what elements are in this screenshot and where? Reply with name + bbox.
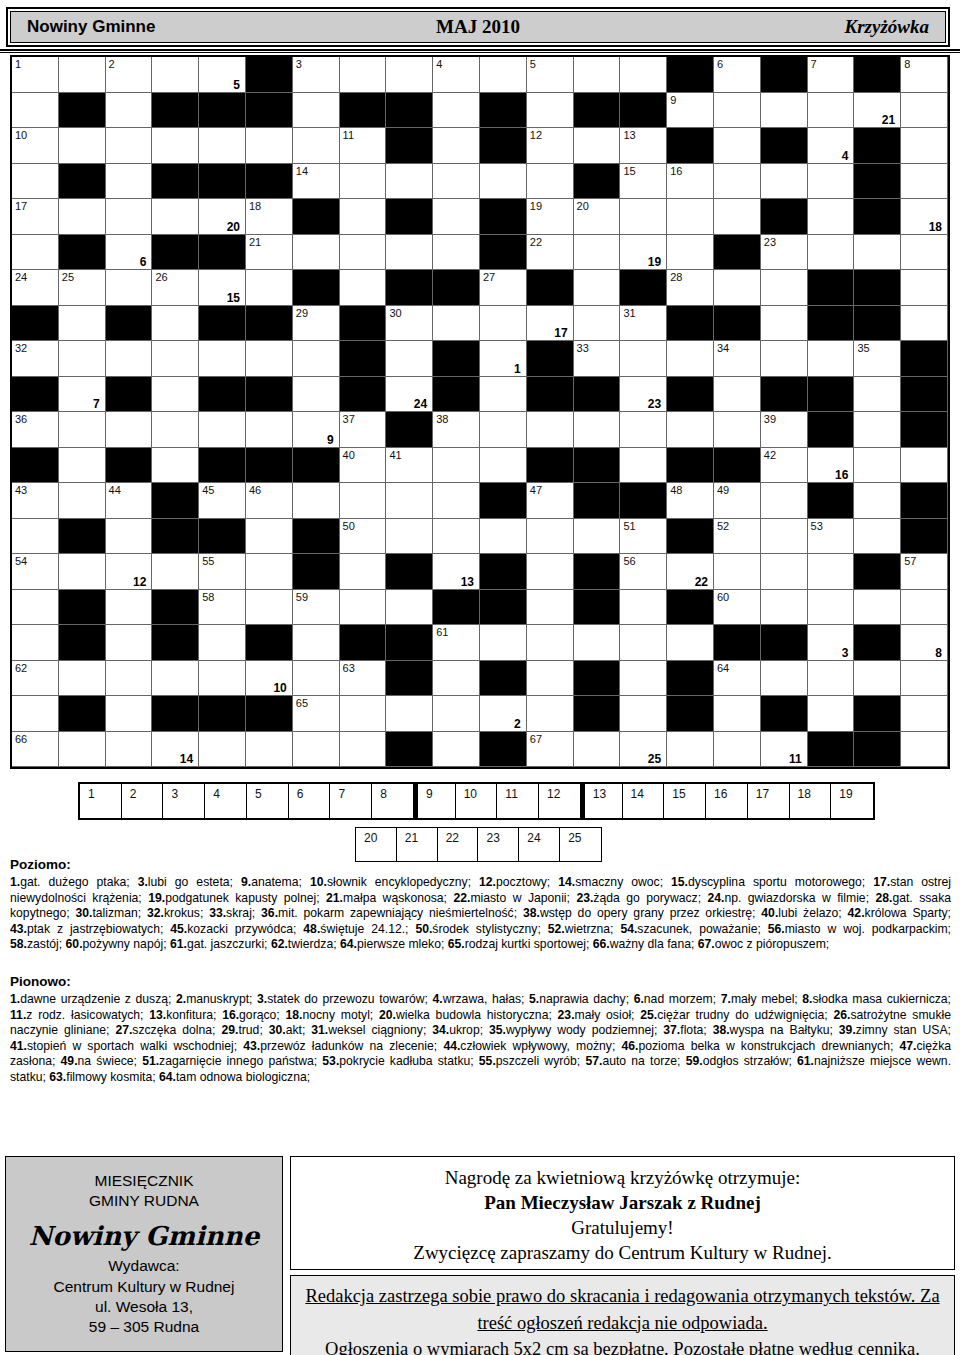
grid-cell[interactable] (574, 519, 621, 555)
grid-cell[interactable] (12, 625, 59, 661)
grid-cell[interactable] (901, 696, 948, 732)
grid-cell[interactable] (714, 554, 761, 590)
grid-cell[interactable]: 59 (293, 590, 340, 626)
grid-cell[interactable]: 19 (620, 235, 667, 271)
grid-cell[interactable]: 45 (199, 483, 246, 519)
grid-cell[interactable] (106, 341, 153, 377)
grid-cell[interactable]: 36 (12, 412, 59, 448)
grid-cell[interactable]: 67 (527, 732, 574, 768)
grid-cell[interactable] (620, 625, 667, 661)
grid-cell[interactable]: 35 (854, 341, 901, 377)
grid-cell[interactable] (808, 696, 855, 732)
grid-cell[interactable] (480, 448, 527, 484)
grid-cell[interactable] (59, 661, 106, 697)
solution-cell-number: 5 (233, 79, 240, 91)
grid-cell[interactable] (106, 696, 153, 732)
grid-cell[interactable] (480, 306, 527, 342)
grid-cell[interactable]: 50 (340, 519, 387, 555)
grid-cell[interactable] (433, 306, 480, 342)
grid-cell[interactable] (527, 519, 574, 555)
grid-cell[interactable] (620, 448, 667, 484)
grid-cell[interactable] (714, 128, 761, 164)
grid-cell[interactable]: 22 (527, 235, 574, 271)
grid-cell[interactable] (246, 412, 293, 448)
grid-cell[interactable]: 6 (714, 57, 761, 93)
grid-cell[interactable]: 27 (480, 270, 527, 306)
grid-cell[interactable]: 37 (340, 412, 387, 448)
grid-cell[interactable]: 12 (106, 554, 153, 590)
grid-cell[interactable] (106, 164, 153, 200)
grid-cell[interactable] (293, 625, 340, 661)
solution-letter-cell[interactable]: 16 (706, 784, 748, 818)
grid-cell[interactable] (667, 199, 714, 235)
grid-cell[interactable]: 13 (620, 128, 667, 164)
grid-cell[interactable] (480, 625, 527, 661)
grid-cell[interactable] (106, 93, 153, 129)
grid-cell[interactable]: 17 (12, 199, 59, 235)
grid-cell[interactable]: 14 (152, 732, 199, 768)
grid-cell[interactable] (386, 57, 433, 93)
grid-cell[interactable] (714, 93, 761, 129)
grid-cell[interactable] (620, 412, 667, 448)
grid-cell[interactable] (293, 235, 340, 271)
grid-cell[interactable]: 3 (808, 625, 855, 661)
grid-cell[interactable] (527, 696, 574, 732)
grid-cell[interactable]: 1 (12, 57, 59, 93)
grid-cell[interactable]: 13 (433, 554, 480, 590)
solution-letter-cell[interactable]: 3 (163, 784, 205, 818)
grid-cell[interactable] (246, 128, 293, 164)
grid-cell[interactable] (59, 306, 106, 342)
grid-cell[interactable]: 7 (59, 377, 106, 413)
solution-letter-cell[interactable]: 9 (414, 784, 456, 818)
solution-letter-cell[interactable]: 5 (247, 784, 289, 818)
grid-cell[interactable]: 26 (152, 270, 199, 306)
grid-cell[interactable] (340, 57, 387, 93)
grid-cell[interactable] (808, 341, 855, 377)
grid-cell[interactable]: 9 (293, 412, 340, 448)
solution-cell-index: 12 (547, 787, 560, 801)
grid-cell[interactable] (527, 625, 574, 661)
grid-cell[interactable]: 20 (574, 199, 621, 235)
grid-cell[interactable] (714, 199, 761, 235)
grid-cell[interactable]: 14 (293, 164, 340, 200)
grid-cell[interactable]: 64 (714, 661, 761, 697)
grid-cell[interactable]: 57 (901, 554, 948, 590)
grid-cell[interactable] (433, 199, 480, 235)
grid-cell[interactable] (761, 661, 808, 697)
grid-cell[interactable] (246, 554, 293, 590)
grid-cell[interactable] (199, 732, 246, 768)
grid-cell[interactable] (761, 164, 808, 200)
solution-letter-cell[interactable]: 11 (497, 784, 539, 818)
grid-cell[interactable]: 12 (527, 128, 574, 164)
grid-cell[interactable] (527, 412, 574, 448)
grid-cell[interactable]: 2 (480, 696, 527, 732)
grid-cell[interactable] (574, 270, 621, 306)
grid-cell[interactable]: 23 (761, 235, 808, 271)
grid-cell[interactable] (854, 412, 901, 448)
solution-letter-cell[interactable]: 1 (80, 784, 122, 818)
grid-cell[interactable] (246, 341, 293, 377)
grid-cell[interactable]: 55 (199, 554, 246, 590)
grid-cell[interactable] (808, 164, 855, 200)
grid-cell[interactable] (59, 448, 106, 484)
grid-cell[interactable] (106, 625, 153, 661)
grid-cell[interactable] (293, 732, 340, 768)
grid-cell[interactable]: 21 (246, 235, 293, 271)
grid-cell[interactable]: 4 (433, 57, 480, 93)
grid-cell[interactable] (854, 519, 901, 555)
grid-cell[interactable]: 6 (106, 235, 153, 271)
grid-cell[interactable] (808, 199, 855, 235)
grid-cell[interactable] (901, 128, 948, 164)
grid-cell[interactable] (714, 696, 761, 732)
grid-cell[interactable] (667, 625, 714, 661)
grid-cell[interactable] (340, 235, 387, 271)
grid-cell[interactable] (59, 57, 106, 93)
grid-cell[interactable]: 38 (433, 412, 480, 448)
grid-cell[interactable]: 53 (808, 519, 855, 555)
grid-cell[interactable]: 24 (12, 270, 59, 306)
grid-cell[interactable] (527, 93, 574, 129)
grid-cell[interactable] (761, 306, 808, 342)
grid-cell[interactable] (12, 93, 59, 129)
grid-cell[interactable]: 42 (761, 448, 808, 484)
black-cell (901, 377, 948, 413)
grid-cell[interactable] (152, 199, 199, 235)
grid-cell[interactable]: 33 (574, 341, 621, 377)
grid-cell[interactable] (527, 590, 574, 626)
grid-cell[interactable] (808, 93, 855, 129)
grid-cell[interactable] (106, 270, 153, 306)
grid-cell[interactable] (340, 732, 387, 768)
grid-cell[interactable] (246, 270, 293, 306)
grid-cell[interactable] (854, 377, 901, 413)
grid-cell[interactable] (480, 164, 527, 200)
grid-cell[interactable] (12, 590, 59, 626)
grid-cell[interactable]: 11 (340, 128, 387, 164)
grid-cell[interactable] (106, 732, 153, 768)
grid-cell[interactable] (620, 341, 667, 377)
grid-cell[interactable]: 47 (527, 483, 574, 519)
grid-cell[interactable] (667, 235, 714, 271)
grid-cell[interactable] (199, 412, 246, 448)
grid-cell[interactable]: 1 (480, 341, 527, 377)
grid-cell[interactable] (199, 341, 246, 377)
grid-cell[interactable] (106, 590, 153, 626)
grid-cell[interactable]: 60 (714, 590, 761, 626)
grid-cell[interactable] (433, 732, 480, 768)
grid-cell[interactable]: 29 (293, 306, 340, 342)
grid-cell[interactable] (12, 235, 59, 271)
grid-cell[interactable] (808, 590, 855, 626)
grid-cell[interactable]: 44 (106, 483, 153, 519)
grid-cell[interactable] (152, 412, 199, 448)
grid-cell[interactable] (152, 377, 199, 413)
grid-cell[interactable]: 66 (12, 732, 59, 768)
grid-cell[interactable] (340, 483, 387, 519)
grid-cell[interactable]: 40 (340, 448, 387, 484)
grid-cell[interactable]: 48 (667, 483, 714, 519)
grid-cell[interactable] (386, 590, 433, 626)
grid-cell[interactable] (106, 519, 153, 555)
grid-cell[interactable]: 24 (386, 377, 433, 413)
grid-cell[interactable] (480, 377, 527, 413)
solution-letter-cell[interactable]: 10 (456, 784, 498, 818)
grid-cell[interactable] (433, 93, 480, 129)
solution-letter-cell[interactable]: 17 (748, 784, 790, 818)
grid-cell[interactable] (901, 306, 948, 342)
grid-cell[interactable]: 28 (667, 270, 714, 306)
grid-cell[interactable] (199, 625, 246, 661)
grid-cell[interactable] (340, 554, 387, 590)
grid-cell[interactable]: 5 (527, 57, 574, 93)
grid-cell[interactable] (527, 554, 574, 590)
grid-cell[interactable] (340, 199, 387, 235)
grid-cell[interactable]: 16 (808, 448, 855, 484)
grid-cell[interactable]: 39 (761, 412, 808, 448)
grid-cell[interactable] (433, 519, 480, 555)
grid-cell[interactable]: 62 (12, 661, 59, 697)
grid-cell[interactable]: 21 (854, 93, 901, 129)
solution-letter-cell[interactable]: 8 (372, 784, 414, 818)
grid-cell[interactable] (574, 412, 621, 448)
grid-cell[interactable] (293, 483, 340, 519)
grid-cell[interactable] (714, 412, 761, 448)
grid-cell[interactable] (854, 590, 901, 626)
grid-cell[interactable]: 16 (667, 164, 714, 200)
grid-cell[interactable]: 65 (293, 696, 340, 732)
grid-cell[interactable] (199, 661, 246, 697)
grid-cell[interactable]: 7 (808, 57, 855, 93)
grid-cell[interactable] (340, 590, 387, 626)
grid-cell[interactable] (293, 128, 340, 164)
grid-cell[interactable]: 11 (761, 732, 808, 768)
grid-cell[interactable]: 63 (340, 661, 387, 697)
grid-cell[interactable] (12, 696, 59, 732)
grid-cell[interactable]: 61 (433, 625, 480, 661)
grid-cell[interactable]: 32 (12, 341, 59, 377)
grid-cell[interactable] (59, 732, 106, 768)
grid-cell[interactable] (667, 732, 714, 768)
grid-cell[interactable] (761, 93, 808, 129)
grid-cell[interactable] (152, 554, 199, 590)
grid-cell[interactable] (901, 661, 948, 697)
grid-cell[interactable] (293, 377, 340, 413)
grid-cell[interactable] (152, 306, 199, 342)
grid-cell[interactable] (386, 696, 433, 732)
grid-cell[interactable]: 20 (199, 199, 246, 235)
grid-cell[interactable]: 52 (714, 519, 761, 555)
grid-cell[interactable]: 41 (386, 448, 433, 484)
grid-cell[interactable]: 22 (667, 554, 714, 590)
grid-cell[interactable]: 23 (620, 377, 667, 413)
grid-cell[interactable] (59, 412, 106, 448)
grid-cell[interactable] (667, 412, 714, 448)
grid-cell[interactable] (246, 590, 293, 626)
grid-cell[interactable] (761, 554, 808, 590)
grid-cell[interactable] (574, 306, 621, 342)
grid-cell[interactable] (574, 128, 621, 164)
grid-cell[interactable] (761, 270, 808, 306)
grid-cell[interactable] (152, 661, 199, 697)
grid-cell[interactable] (293, 341, 340, 377)
grid-cell[interactable]: 9 (667, 93, 714, 129)
grid-cell[interactable] (59, 554, 106, 590)
grid-cell[interactable] (901, 270, 948, 306)
grid-cell[interactable] (527, 661, 574, 697)
grid-cell[interactable] (667, 341, 714, 377)
grid-cell[interactable]: 18 (901, 199, 948, 235)
grid-cell[interactable] (480, 57, 527, 93)
grid-cell[interactable] (433, 483, 480, 519)
grid-cell[interactable] (59, 483, 106, 519)
grid-cell[interactable] (433, 696, 480, 732)
grid-cell[interactable] (761, 341, 808, 377)
grid-cell[interactable] (761, 590, 808, 626)
grid-cell[interactable] (714, 270, 761, 306)
grid-cell[interactable] (106, 128, 153, 164)
solution-letter-cell[interactable]: 13 (581, 784, 623, 818)
grid-cell[interactable]: 8 (901, 57, 948, 93)
grid-cell[interactable] (246, 519, 293, 555)
grid-cell[interactable]: 31 (620, 306, 667, 342)
grid-cell[interactable]: 30 (386, 306, 433, 342)
grid-cell[interactable] (340, 270, 387, 306)
grid-cell[interactable] (574, 732, 621, 768)
grid-cell[interactable] (433, 448, 480, 484)
grid-cell[interactable]: 51 (620, 519, 667, 555)
grid-cell[interactable]: 18 (246, 199, 293, 235)
grid-cell[interactable]: 46 (246, 483, 293, 519)
grid-cell[interactable]: 56 (620, 554, 667, 590)
grid-cell[interactable] (386, 483, 433, 519)
grid-cell[interactable] (854, 661, 901, 697)
grid-cell[interactable] (59, 199, 106, 235)
grid-cell[interactable]: 5 (199, 57, 246, 93)
grid-cell[interactable] (12, 519, 59, 555)
grid-cell[interactable] (901, 448, 948, 484)
grid-cell[interactable] (714, 164, 761, 200)
grid-cell[interactable] (199, 128, 246, 164)
grid-cell[interactable] (433, 128, 480, 164)
grid-cell[interactable]: 8 (901, 625, 948, 661)
solution-letter-cell[interactable]: 19 (831, 784, 873, 818)
grid-cell[interactable] (12, 164, 59, 200)
grid-cell[interactable] (152, 128, 199, 164)
grid-cell[interactable] (901, 93, 948, 129)
grid-cell[interactable] (59, 128, 106, 164)
grid-cell[interactable] (574, 235, 621, 271)
grid-cell[interactable]: 17 (527, 306, 574, 342)
grid-cell[interactable] (620, 696, 667, 732)
grid-cell[interactable] (901, 732, 948, 768)
grid-cell[interactable] (574, 625, 621, 661)
grid-cell[interactable] (620, 57, 667, 93)
grid-cell[interactable]: 58 (199, 590, 246, 626)
grid-cell[interactable] (246, 732, 293, 768)
grid-cell[interactable] (808, 235, 855, 271)
solution-letter-cell[interactable]: 15 (664, 784, 706, 818)
solution-letter-cell[interactable]: 7 (330, 784, 372, 818)
grid-cell[interactable] (433, 661, 480, 697)
solution-letter-cell[interactable]: 2 (122, 784, 164, 818)
grid-cell[interactable] (386, 164, 433, 200)
grid-cell[interactable]: 10 (12, 128, 59, 164)
grid-cell[interactable] (808, 661, 855, 697)
grid-cell[interactable] (901, 590, 948, 626)
black-cell (574, 483, 621, 519)
grid-cell[interactable]: 15 (199, 270, 246, 306)
solution-letter-cell[interactable]: 6 (289, 784, 331, 818)
grid-cell[interactable]: 10 (246, 661, 293, 697)
grid-cell[interactable]: 4 (808, 128, 855, 164)
solution-letter-cell[interactable]: 18 (790, 784, 832, 818)
grid-cell[interactable] (901, 164, 948, 200)
grid-cell[interactable]: 54 (12, 554, 59, 590)
grid-cell[interactable]: 19 (527, 199, 574, 235)
grid-cell[interactable] (152, 57, 199, 93)
grid-cell[interactable] (808, 554, 855, 590)
grid-cell[interactable]: 2 (106, 57, 153, 93)
grid-cell[interactable] (293, 661, 340, 697)
grid-cell[interactable] (620, 199, 667, 235)
grid-cell[interactable]: 15 (620, 164, 667, 200)
grid-cell[interactable] (620, 661, 667, 697)
grid-cell[interactable] (854, 483, 901, 519)
grid-cell[interactable]: 49 (714, 483, 761, 519)
grid-cell[interactable] (59, 341, 106, 377)
solution-cell-index: 7 (338, 787, 345, 801)
clue-number: 49 (717, 484, 729, 496)
grid-cell[interactable] (152, 341, 199, 377)
grid-cell[interactable] (761, 519, 808, 555)
grid-cell[interactable] (620, 590, 667, 626)
grid-cell[interactable]: 43 (12, 483, 59, 519)
solution-letter-cell[interactable]: 12 (539, 784, 581, 818)
grid-cell[interactable] (152, 448, 199, 484)
grid-cell[interactable] (433, 164, 480, 200)
grid-cell[interactable] (386, 519, 433, 555)
grid-cell[interactable] (480, 412, 527, 448)
grid-cell[interactable] (340, 164, 387, 200)
grid-cell[interactable] (527, 164, 574, 200)
grid-cell[interactable] (854, 448, 901, 484)
grid-cell[interactable] (340, 696, 387, 732)
grid-cell[interactable] (106, 199, 153, 235)
grid-cell[interactable]: 25 (620, 732, 667, 768)
grid-cell[interactable] (854, 235, 901, 271)
grid-cell[interactable] (106, 661, 153, 697)
grid-cell[interactable] (761, 483, 808, 519)
grid-cell[interactable]: 25 (59, 270, 106, 306)
grid-cell[interactable] (433, 235, 480, 271)
grid-cell[interactable] (574, 57, 621, 93)
solution-letter-cell[interactable]: 4 (205, 784, 247, 818)
grid-cell[interactable]: 3 (293, 57, 340, 93)
grid-cell[interactable] (714, 377, 761, 413)
grid-cell[interactable] (714, 732, 761, 768)
grid-cell[interactable] (480, 519, 527, 555)
grid-cell[interactable] (386, 235, 433, 271)
solution-letter-cell[interactable]: 14 (623, 784, 665, 818)
grid-cell[interactable] (386, 341, 433, 377)
grid-cell[interactable] (293, 93, 340, 129)
grid-cell[interactable]: 34 (714, 341, 761, 377)
grid-cell[interactable] (106, 412, 153, 448)
grid-cell[interactable] (901, 235, 948, 271)
